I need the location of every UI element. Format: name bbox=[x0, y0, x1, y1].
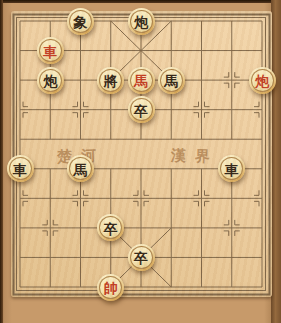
frame-bottom-shadow bbox=[0, 310, 281, 323]
piece-glyph: 車 bbox=[13, 162, 27, 176]
piece-face: 炮 bbox=[130, 10, 153, 33]
piece-glyph: 車 bbox=[225, 162, 239, 176]
piece-red-general[interactable]: 帥 bbox=[97, 274, 124, 301]
piece-glyph: 卒 bbox=[134, 103, 148, 117]
piece-glyph: 卒 bbox=[134, 251, 148, 265]
piece-black-soldier[interactable]: 卒 bbox=[97, 214, 124, 241]
piece-face: 炮 bbox=[251, 69, 274, 92]
piece-face: 車 bbox=[9, 157, 32, 180]
piece-glyph: 炮 bbox=[134, 15, 148, 29]
piece-red-horse[interactable]: 馬 bbox=[128, 67, 155, 94]
piece-black-chariot[interactable]: 車 bbox=[218, 155, 245, 182]
piece-black-horse[interactable]: 馬 bbox=[67, 155, 94, 182]
piece-red-cannon[interactable]: 炮 bbox=[249, 67, 276, 94]
piece-glyph: 車 bbox=[43, 44, 57, 58]
piece-face: 卒 bbox=[99, 216, 122, 239]
piece-black-soldier[interactable]: 卒 bbox=[128, 96, 155, 123]
piece-red-chariot[interactable]: 車 bbox=[37, 37, 64, 64]
piece-black-soldier[interactable]: 卒 bbox=[128, 244, 155, 271]
piece-face: 卒 bbox=[130, 98, 153, 121]
piece-glyph: 炮 bbox=[43, 74, 57, 88]
piece-face: 帥 bbox=[99, 276, 122, 299]
frame-top-edge bbox=[0, 0, 281, 3]
piece-face: 馬 bbox=[69, 157, 92, 180]
piece-face: 炮 bbox=[39, 69, 62, 92]
piece-glyph: 將 bbox=[104, 74, 118, 88]
piece-glyph: 馬 bbox=[74, 162, 88, 176]
xiangqi-app: 楚河 漢界 象炮車炮將馬馬炮卒車馬車卒卒帥 bbox=[0, 0, 281, 323]
piece-glyph: 帥 bbox=[104, 281, 118, 295]
piece-face: 象 bbox=[69, 10, 92, 33]
frame-left-edge bbox=[0, 0, 3, 323]
piece-black-elephant[interactable]: 象 bbox=[67, 8, 94, 35]
piece-black-horse[interactable]: 馬 bbox=[158, 67, 185, 94]
piece-glyph: 卒 bbox=[104, 221, 118, 235]
piece-black-cannon[interactable]: 炮 bbox=[37, 67, 64, 94]
frame-right-edge bbox=[271, 0, 281, 323]
piece-layer: 象炮車炮將馬馬炮卒車馬車卒卒帥 bbox=[11, 11, 272, 297]
piece-face: 卒 bbox=[130, 246, 153, 269]
piece-face: 馬 bbox=[130, 69, 153, 92]
piece-black-chariot[interactable]: 車 bbox=[7, 155, 34, 182]
piece-face: 馬 bbox=[160, 69, 183, 92]
piece-black-general[interactable]: 將 bbox=[97, 67, 124, 94]
piece-face: 車 bbox=[220, 157, 243, 180]
piece-face: 車 bbox=[39, 39, 62, 62]
piece-glyph: 象 bbox=[74, 15, 88, 29]
piece-face: 將 bbox=[99, 69, 122, 92]
piece-black-cannon[interactable]: 炮 bbox=[128, 8, 155, 35]
piece-glyph: 馬 bbox=[134, 74, 148, 88]
board-surface[interactable]: 楚河 漢界 象炮車炮將馬馬炮卒車馬車卒卒帥 bbox=[11, 11, 272, 297]
piece-glyph: 炮 bbox=[255, 74, 269, 88]
piece-glyph: 馬 bbox=[164, 74, 178, 88]
